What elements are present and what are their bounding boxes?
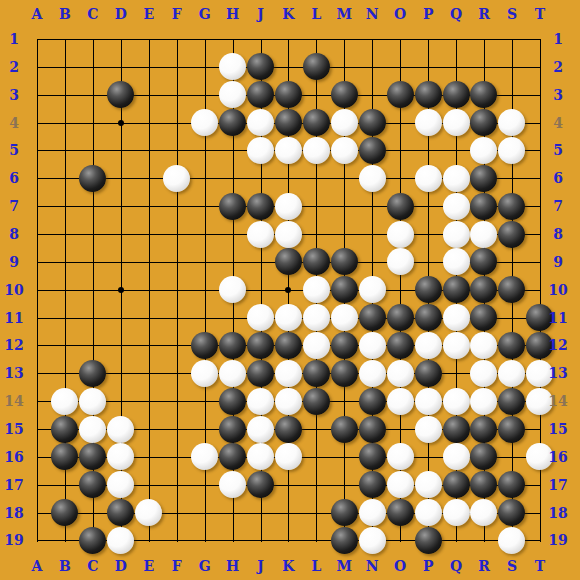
intersection-N4[interactable] <box>358 109 386 137</box>
intersection-J5[interactable] <box>247 137 275 165</box>
white-stone-P14 <box>415 388 442 415</box>
intersection-C15[interactable] <box>79 415 107 443</box>
column-label-bottom-B: B <box>51 559 79 573</box>
black-stone-M19 <box>331 527 358 554</box>
black-stone-K9 <box>275 248 302 275</box>
intersection-N19[interactable] <box>358 527 386 555</box>
intersection-P14[interactable] <box>414 387 442 415</box>
row-label-left-9: 9 <box>0 255 28 269</box>
black-stone-R9 <box>470 248 497 275</box>
white-stone-Q16 <box>443 443 470 470</box>
intersection-D16[interactable] <box>107 443 135 471</box>
intersection-Q16[interactable] <box>442 443 470 471</box>
intersection-P17[interactable] <box>414 471 442 499</box>
intersection-H4[interactable] <box>219 109 247 137</box>
black-stone-R17 <box>470 471 497 498</box>
intersection-M18[interactable] <box>330 499 358 527</box>
intersection-D15[interactable] <box>107 415 135 443</box>
intersection-R18[interactable] <box>470 499 498 527</box>
black-stone-N11 <box>359 304 386 331</box>
intersection-R6[interactable] <box>470 164 498 192</box>
black-stone-S14 <box>498 388 525 415</box>
black-stone-S8 <box>498 221 525 248</box>
intersection-L11[interactable] <box>302 304 330 332</box>
column-label-bottom-N: N <box>358 559 386 573</box>
intersection-N12[interactable] <box>358 332 386 360</box>
intersection-D18[interactable] <box>107 499 135 527</box>
row-label-right-18: 18 <box>544 506 572 520</box>
intersection-O18[interactable] <box>386 499 414 527</box>
intersection-L13[interactable] <box>302 359 330 387</box>
column-label-bottom-S: S <box>498 559 526 573</box>
intersection-P11[interactable] <box>414 304 442 332</box>
intersection-J14[interactable] <box>247 387 275 415</box>
row-label-left-11: 11 <box>0 311 28 325</box>
intersection-G12[interactable] <box>191 332 219 360</box>
intersection-S17[interactable] <box>498 471 526 499</box>
intersection-C19[interactable] <box>79 527 107 555</box>
intersection-R5[interactable] <box>470 137 498 165</box>
white-stone-K14 <box>275 388 302 415</box>
intersection-S19[interactable] <box>498 527 526 555</box>
white-stone-H17 <box>219 471 246 498</box>
black-stone-C6 <box>79 165 106 192</box>
column-label-bottom-F: F <box>163 559 191 573</box>
intersection-N14[interactable] <box>358 387 386 415</box>
black-stone-K3 <box>275 81 302 108</box>
row-label-right-3: 3 <box>544 88 572 102</box>
intersection-G4[interactable] <box>191 109 219 137</box>
row-label-left-18: 18 <box>0 506 28 520</box>
column-label-top-B: B <box>51 7 79 21</box>
white-stone-Q12 <box>443 332 470 359</box>
black-stone-B18 <box>51 499 78 526</box>
white-stone-J14 <box>247 388 274 415</box>
intersection-J16[interactable] <box>247 443 275 471</box>
row-label-left-17: 17 <box>0 478 28 492</box>
intersection-H16[interactable] <box>219 443 247 471</box>
column-label-bottom-T: T <box>526 559 554 573</box>
intersection-S15[interactable] <box>498 415 526 443</box>
white-stone-G4 <box>191 109 218 136</box>
intersection-B14[interactable] <box>51 387 79 415</box>
intersection-H3[interactable] <box>219 81 247 109</box>
intersection-J12[interactable] <box>247 332 275 360</box>
intersection-R16[interactable] <box>470 443 498 471</box>
column-label-bottom-K: K <box>274 559 302 573</box>
white-stone-Q6 <box>443 165 470 192</box>
intersection-J4[interactable] <box>247 109 275 137</box>
intersection-D17[interactable] <box>107 471 135 499</box>
row-label-right-5: 5 <box>544 143 572 157</box>
black-stone-R15 <box>470 416 497 443</box>
intersection-L5[interactable] <box>302 137 330 165</box>
white-stone-Q18 <box>443 499 470 526</box>
intersection-K8[interactable] <box>274 220 302 248</box>
intersection-Q6[interactable] <box>442 164 470 192</box>
white-stone-N6 <box>359 165 386 192</box>
intersection-N10[interactable] <box>358 276 386 304</box>
intersection-H10[interactable] <box>219 276 247 304</box>
row-label-left-19: 19 <box>0 533 28 547</box>
white-stone-F6 <box>163 165 190 192</box>
black-stone-R16 <box>470 443 497 470</box>
black-stone-S15 <box>498 416 525 443</box>
white-stone-K16 <box>275 443 302 470</box>
intersection-N16[interactable] <box>358 443 386 471</box>
intersection-R10[interactable] <box>470 276 498 304</box>
intersection-R9[interactable] <box>470 248 498 276</box>
intersection-O13[interactable] <box>386 359 414 387</box>
black-stone-O7 <box>387 193 414 220</box>
column-label-top-Q: Q <box>442 7 470 21</box>
intersection-J2[interactable] <box>247 53 275 81</box>
black-stone-Q15 <box>443 416 470 443</box>
intersection-S5[interactable] <box>498 137 526 165</box>
intersection-N11[interactable] <box>358 304 386 332</box>
black-stone-P19 <box>415 527 442 554</box>
intersection-J17[interactable] <box>247 471 275 499</box>
intersection-Q11[interactable] <box>442 304 470 332</box>
intersection-P6[interactable] <box>414 164 442 192</box>
intersection-B16[interactable] <box>51 443 79 471</box>
intersection-N6[interactable] <box>358 164 386 192</box>
white-stone-L12 <box>303 332 330 359</box>
intersection-N17[interactable] <box>358 471 386 499</box>
intersection-Q10[interactable] <box>442 276 470 304</box>
intersection-E18[interactable] <box>135 499 163 527</box>
row-label-right-2: 2 <box>544 60 572 74</box>
intersection-P4[interactable] <box>414 109 442 137</box>
column-label-bottom-H: H <box>219 559 247 573</box>
column-label-bottom-R: R <box>470 559 498 573</box>
black-stone-P10 <box>415 276 442 303</box>
white-stone-R5 <box>470 137 497 164</box>
intersection-S8[interactable] <box>498 220 526 248</box>
white-stone-R12 <box>470 332 497 359</box>
black-stone-H16 <box>219 443 246 470</box>
white-stone-O17 <box>387 471 414 498</box>
intersection-O16[interactable] <box>386 443 414 471</box>
intersection-O11[interactable] <box>386 304 414 332</box>
black-stone-P3 <box>415 81 442 108</box>
white-stone-L5 <box>303 137 330 164</box>
black-stone-S18 <box>498 499 525 526</box>
intersection-C13[interactable] <box>79 359 107 387</box>
row-label-right-9: 9 <box>544 255 572 269</box>
column-label-top-M: M <box>330 7 358 21</box>
black-stone-M13 <box>331 360 358 387</box>
intersection-M19[interactable] <box>330 527 358 555</box>
white-stone-R18 <box>470 499 497 526</box>
white-stone-H3 <box>219 81 246 108</box>
black-stone-J17 <box>247 471 274 498</box>
intersection-P10[interactable] <box>414 276 442 304</box>
intersection-M11[interactable] <box>330 304 358 332</box>
intersection-R15[interactable] <box>470 415 498 443</box>
intersection-Q9[interactable] <box>442 248 470 276</box>
intersection-L9[interactable] <box>302 248 330 276</box>
intersection-H2[interactable] <box>219 53 247 81</box>
star-point-K10 <box>274 276 302 304</box>
intersection-O3[interactable] <box>386 81 414 109</box>
intersection-C14[interactable] <box>79 387 107 415</box>
intersection-H13[interactable] <box>219 359 247 387</box>
column-label-top-F: F <box>163 7 191 21</box>
black-stone-L9 <box>303 248 330 275</box>
white-stone-S5 <box>498 137 525 164</box>
intersection-O9[interactable] <box>386 248 414 276</box>
intersection-D19[interactable] <box>107 527 135 555</box>
intersection-C16[interactable] <box>79 443 107 471</box>
intersection-M12[interactable] <box>330 332 358 360</box>
column-label-bottom-Q: Q <box>442 559 470 573</box>
intersection-Q18[interactable] <box>442 499 470 527</box>
intersection-S10[interactable] <box>498 276 526 304</box>
intersection-J11[interactable] <box>247 304 275 332</box>
intersection-L4[interactable] <box>302 109 330 137</box>
column-label-top-H: H <box>219 7 247 21</box>
white-stone-S19 <box>498 527 525 554</box>
white-stone-H2 <box>219 53 246 80</box>
go-board-grid[interactable] <box>23 25 554 554</box>
black-stone-H4 <box>219 109 246 136</box>
intersection-P19[interactable] <box>414 527 442 555</box>
white-stone-N19 <box>359 527 386 554</box>
intersection-L14[interactable] <box>302 387 330 415</box>
intersection-O12[interactable] <box>386 332 414 360</box>
white-stone-H10 <box>219 276 246 303</box>
column-label-bottom-L: L <box>302 559 330 573</box>
row-label-right-15: 15 <box>544 422 572 436</box>
white-stone-M11 <box>331 304 358 331</box>
column-label-top-N: N <box>358 7 386 21</box>
intersection-Q12[interactable] <box>442 332 470 360</box>
intersection-P15[interactable] <box>414 415 442 443</box>
column-label-top-O: O <box>386 7 414 21</box>
black-stone-O3 <box>387 81 414 108</box>
intersection-K16[interactable] <box>274 443 302 471</box>
intersection-H15[interactable] <box>219 415 247 443</box>
row-label-right-12: 12 <box>544 338 572 352</box>
intersection-J8[interactable] <box>247 220 275 248</box>
intersection-M4[interactable] <box>330 109 358 137</box>
intersection-C17[interactable] <box>79 471 107 499</box>
intersection-G13[interactable] <box>191 359 219 387</box>
intersection-R7[interactable] <box>470 192 498 220</box>
intersection-H7[interactable] <box>219 192 247 220</box>
intersection-J7[interactable] <box>247 192 275 220</box>
intersection-Q15[interactable] <box>442 415 470 443</box>
intersection-R13[interactable] <box>470 359 498 387</box>
intersection-M5[interactable] <box>330 137 358 165</box>
black-stone-P13 <box>415 360 442 387</box>
intersection-J15[interactable] <box>247 415 275 443</box>
column-label-top-E: E <box>135 7 163 21</box>
row-label-left-16: 16 <box>0 450 28 464</box>
intersection-S14[interactable] <box>498 387 526 415</box>
black-stone-G12 <box>191 332 218 359</box>
black-stone-N4 <box>359 109 386 136</box>
black-stone-N15 <box>359 416 386 443</box>
column-label-bottom-J: J <box>247 559 275 573</box>
intersection-Q4[interactable] <box>442 109 470 137</box>
black-stone-Q17 <box>443 471 470 498</box>
intersection-L10[interactable] <box>302 276 330 304</box>
column-label-top-A: A <box>23 7 51 21</box>
black-stone-C13 <box>79 360 106 387</box>
black-stone-R10 <box>470 276 497 303</box>
black-stone-S17 <box>498 471 525 498</box>
row-label-left-8: 8 <box>0 227 28 241</box>
intersection-M9[interactable] <box>330 248 358 276</box>
black-stone-C17 <box>79 471 106 498</box>
row-label-right-17: 17 <box>544 478 572 492</box>
white-stone-H13 <box>219 360 246 387</box>
row-label-left-13: 13 <box>0 366 28 380</box>
black-stone-H15 <box>219 416 246 443</box>
intersection-M3[interactable] <box>330 81 358 109</box>
intersection-N18[interactable] <box>358 499 386 527</box>
intersection-K3[interactable] <box>274 81 302 109</box>
intersection-R12[interactable] <box>470 332 498 360</box>
intersection-Q14[interactable] <box>442 387 470 415</box>
intersection-K5[interactable] <box>274 137 302 165</box>
column-label-top-K: K <box>274 7 302 21</box>
intersection-P12[interactable] <box>414 332 442 360</box>
intersection-O8[interactable] <box>386 220 414 248</box>
column-label-bottom-E: E <box>135 559 163 573</box>
intersection-Q3[interactable] <box>442 81 470 109</box>
white-stone-N18 <box>359 499 386 526</box>
intersection-J13[interactable] <box>247 359 275 387</box>
intersection-F6[interactable] <box>163 164 191 192</box>
column-label-bottom-A: A <box>23 559 51 573</box>
white-stone-N10 <box>359 276 386 303</box>
intersection-O14[interactable] <box>386 387 414 415</box>
intersection-C6[interactable] <box>79 164 107 192</box>
intersection-L2[interactable] <box>302 53 330 81</box>
intersection-L12[interactable] <box>302 332 330 360</box>
intersection-J3[interactable] <box>247 81 275 109</box>
star-point-D4 <box>107 109 135 137</box>
intersection-Q8[interactable] <box>442 220 470 248</box>
black-stone-R3 <box>470 81 497 108</box>
intersection-B18[interactable] <box>51 499 79 527</box>
black-stone-M9 <box>331 248 358 275</box>
intersection-K15[interactable] <box>274 415 302 443</box>
white-stone-O16 <box>387 443 414 470</box>
intersection-D3[interactable] <box>107 81 135 109</box>
intersection-Q17[interactable] <box>442 471 470 499</box>
intersection-R11[interactable] <box>470 304 498 332</box>
row-label-left-15: 15 <box>0 422 28 436</box>
white-stone-O8 <box>387 221 414 248</box>
intersection-K11[interactable] <box>274 304 302 332</box>
white-stone-D15 <box>107 416 134 443</box>
intersection-S13[interactable] <box>498 359 526 387</box>
column-label-top-T: T <box>526 7 554 21</box>
intersection-K7[interactable] <box>274 192 302 220</box>
intersection-R4[interactable] <box>470 109 498 137</box>
intersection-S7[interactable] <box>498 192 526 220</box>
black-stone-R7 <box>470 193 497 220</box>
column-label-bottom-G: G <box>191 559 219 573</box>
white-stone-J15 <box>247 416 274 443</box>
intersection-S4[interactable] <box>498 109 526 137</box>
intersection-K13[interactable] <box>274 359 302 387</box>
intersection-K9[interactable] <box>274 248 302 276</box>
white-stone-R13 <box>470 360 497 387</box>
black-stone-S10 <box>498 276 525 303</box>
black-stone-D18 <box>107 499 134 526</box>
intersection-R3[interactable] <box>470 81 498 109</box>
intersection-S12[interactable] <box>498 332 526 360</box>
intersection-R14[interactable] <box>470 387 498 415</box>
intersection-N15[interactable] <box>358 415 386 443</box>
row-label-right-10: 10 <box>544 283 572 297</box>
intersection-K14[interactable] <box>274 387 302 415</box>
white-stone-Q9 <box>443 248 470 275</box>
intersection-M13[interactable] <box>330 359 358 387</box>
intersection-P18[interactable] <box>414 499 442 527</box>
intersection-O17[interactable] <box>386 471 414 499</box>
white-stone-J5 <box>247 137 274 164</box>
white-stone-P12 <box>415 332 442 359</box>
intersection-S18[interactable] <box>498 499 526 527</box>
black-stone-J7 <box>247 193 274 220</box>
white-stone-G16 <box>191 443 218 470</box>
intersection-O7[interactable] <box>386 192 414 220</box>
intersection-R8[interactable] <box>470 220 498 248</box>
black-stone-M12 <box>331 332 358 359</box>
column-label-bottom-D: D <box>107 559 135 573</box>
intersection-G16[interactable] <box>191 443 219 471</box>
black-stone-M10 <box>331 276 358 303</box>
intersection-P3[interactable] <box>414 81 442 109</box>
intersection-H14[interactable] <box>219 387 247 415</box>
white-stone-K11 <box>275 304 302 331</box>
row-label-left-10: 10 <box>0 283 28 297</box>
black-stone-R6 <box>470 165 497 192</box>
white-stone-P4 <box>415 109 442 136</box>
black-stone-N14 <box>359 388 386 415</box>
intersection-H17[interactable] <box>219 471 247 499</box>
intersection-K4[interactable] <box>274 109 302 137</box>
white-stone-K5 <box>275 137 302 164</box>
white-stone-J11 <box>247 304 274 331</box>
black-stone-D3 <box>107 81 134 108</box>
intersection-K12[interactable] <box>274 332 302 360</box>
white-stone-D16 <box>107 443 134 470</box>
white-stone-G13 <box>191 360 218 387</box>
intersection-N5[interactable] <box>358 137 386 165</box>
intersection-N13[interactable] <box>358 359 386 387</box>
white-stone-N12 <box>359 332 386 359</box>
intersection-M10[interactable] <box>330 276 358 304</box>
intersection-Q7[interactable] <box>442 192 470 220</box>
intersection-P13[interactable] <box>414 359 442 387</box>
row-label-right-13: 13 <box>544 366 572 380</box>
white-stone-J16 <box>247 443 274 470</box>
intersection-H12[interactable] <box>219 332 247 360</box>
white-stone-Q11 <box>443 304 470 331</box>
intersection-B15[interactable] <box>51 415 79 443</box>
white-stone-M5 <box>331 137 358 164</box>
intersection-M15[interactable] <box>330 415 358 443</box>
hoshi-dot <box>118 287 124 293</box>
intersection-R17[interactable] <box>470 471 498 499</box>
